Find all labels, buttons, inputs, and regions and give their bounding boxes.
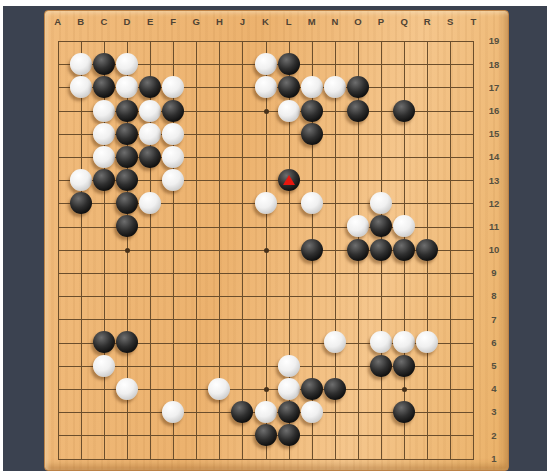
stone-black bbox=[301, 239, 323, 261]
stone-black bbox=[278, 76, 300, 98]
stone-black bbox=[393, 355, 415, 377]
stone-white bbox=[162, 401, 184, 423]
stone-white bbox=[70, 169, 92, 191]
stone-white bbox=[93, 100, 115, 122]
stone-white bbox=[116, 378, 138, 400]
stone-black bbox=[301, 100, 323, 122]
stone-black bbox=[278, 401, 300, 423]
stone-white bbox=[70, 76, 92, 98]
stone-black bbox=[116, 123, 138, 145]
stone-black bbox=[139, 146, 161, 168]
stone-black bbox=[370, 239, 392, 261]
column-label: N bbox=[323, 14, 346, 30]
stone-black bbox=[393, 401, 415, 423]
column-label: O bbox=[346, 14, 369, 30]
stone-black bbox=[116, 192, 138, 214]
stone-white bbox=[139, 123, 161, 145]
stone-black bbox=[278, 424, 300, 446]
stone-white bbox=[255, 53, 277, 75]
go-board[interactable]: ABCDEFGHJKLMNOPQRST 19181716151413121110… bbox=[44, 10, 509, 471]
last-move-marker-icon bbox=[283, 175, 295, 185]
column-label: R bbox=[416, 14, 439, 30]
stone-white bbox=[162, 76, 184, 98]
column-label: M bbox=[300, 14, 323, 30]
stone-white bbox=[139, 100, 161, 122]
stone-black bbox=[93, 331, 115, 353]
stone-black bbox=[93, 76, 115, 98]
stone-white bbox=[255, 401, 277, 423]
stone-white bbox=[301, 401, 323, 423]
stone-black bbox=[93, 169, 115, 191]
stone-black bbox=[162, 100, 184, 122]
stone-black bbox=[370, 215, 392, 237]
stone-black bbox=[347, 239, 369, 261]
stone-black bbox=[370, 355, 392, 377]
stone-white bbox=[162, 169, 184, 191]
stone-white bbox=[416, 331, 438, 353]
stone-black bbox=[393, 100, 415, 122]
stone-white bbox=[393, 331, 415, 353]
column-label: A bbox=[46, 14, 69, 30]
stone-black bbox=[347, 76, 369, 98]
stone-white bbox=[139, 192, 161, 214]
stone-black bbox=[324, 378, 346, 400]
stone-black bbox=[347, 100, 369, 122]
stone-white bbox=[278, 355, 300, 377]
column-label: L bbox=[277, 14, 300, 30]
column-label: F bbox=[162, 14, 185, 30]
column-label: C bbox=[92, 14, 115, 30]
stone-white bbox=[347, 215, 369, 237]
stone-black bbox=[139, 76, 161, 98]
stone-white bbox=[255, 76, 277, 98]
stone-white bbox=[278, 100, 300, 122]
column-label: H bbox=[208, 14, 231, 30]
stone-white bbox=[324, 331, 346, 353]
stone-black bbox=[278, 53, 300, 75]
stone-black bbox=[93, 53, 115, 75]
stone-black bbox=[301, 123, 323, 145]
column-label: Q bbox=[393, 14, 416, 30]
column-label: B bbox=[69, 14, 92, 30]
column-label: T bbox=[462, 14, 485, 30]
stone-black bbox=[70, 192, 92, 214]
stone-black bbox=[116, 146, 138, 168]
stone-black bbox=[116, 100, 138, 122]
column-label: P bbox=[369, 14, 392, 30]
stone-white bbox=[301, 76, 323, 98]
stone-white bbox=[162, 146, 184, 168]
column-label: E bbox=[139, 14, 162, 30]
stone-white bbox=[208, 378, 230, 400]
stone-white bbox=[93, 355, 115, 377]
stone-white bbox=[278, 378, 300, 400]
column-label: J bbox=[231, 14, 254, 30]
stone-black bbox=[116, 169, 138, 191]
stone-white bbox=[324, 76, 346, 98]
stone-white bbox=[116, 76, 138, 98]
stone-black bbox=[116, 215, 138, 237]
stone-black bbox=[416, 239, 438, 261]
column-labels: ABCDEFGHJKLMNOPQRST bbox=[46, 14, 485, 30]
board-grid[interactable] bbox=[46, 29, 485, 470]
stone-white bbox=[162, 123, 184, 145]
app-background: ABCDEFGHJKLMNOPQRST 19181716151413121110… bbox=[3, 6, 547, 471]
stone-black bbox=[255, 424, 277, 446]
stone-white bbox=[70, 53, 92, 75]
column-label: K bbox=[254, 14, 277, 30]
stone-white bbox=[93, 123, 115, 145]
stone-white bbox=[301, 192, 323, 214]
stone-white bbox=[393, 215, 415, 237]
stone-white bbox=[370, 192, 392, 214]
stone-white bbox=[116, 53, 138, 75]
stone-white bbox=[255, 192, 277, 214]
stone-white bbox=[370, 331, 392, 353]
column-label: S bbox=[439, 14, 462, 30]
stone-black bbox=[393, 239, 415, 261]
column-label: G bbox=[185, 14, 208, 30]
column-label: D bbox=[115, 14, 138, 30]
stone-black bbox=[231, 401, 253, 423]
stone-black bbox=[301, 378, 323, 400]
stone-black bbox=[116, 331, 138, 353]
stone-white bbox=[93, 146, 115, 168]
stone-black bbox=[278, 169, 300, 191]
